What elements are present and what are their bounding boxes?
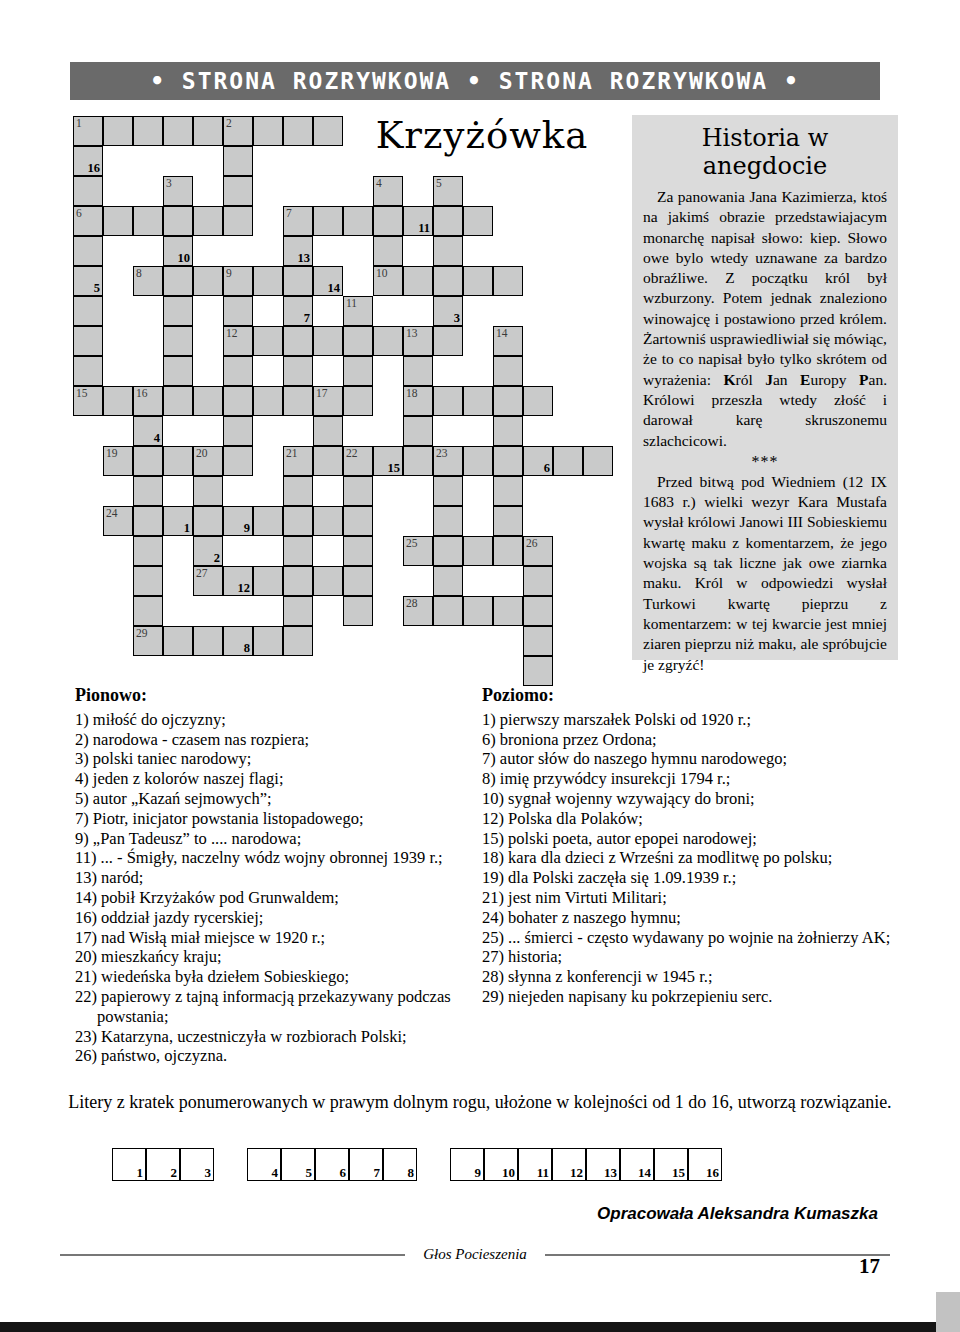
clues-across-section: Poziomo: 1) pierwszy marszałek Polski od…: [482, 686, 912, 1007]
answer-box-15[interactable]: 15: [654, 1148, 688, 1181]
crossword-cell-r16c6[interactable]: 12: [223, 566, 253, 596]
crossword-cell-r11c15[interactable]: [493, 416, 523, 446]
crossword-cell-r12c18[interactable]: [583, 446, 613, 476]
solution-letter-number: 15: [388, 461, 401, 475]
page-number: 17: [859, 1254, 880, 1279]
crossword-cell-r10c3[interactable]: 16: [133, 386, 163, 416]
clue-number: 24: [106, 507, 118, 520]
clue-number: 13: [406, 327, 418, 340]
anecdote-paragraph-1: Za panowania Jana Kazimierza, ktoś na ja…: [643, 187, 887, 451]
crossword-cell-r9c8[interactable]: [283, 356, 313, 386]
clue-number: 11: [346, 297, 357, 310]
crossword-cell-r10c7[interactable]: [253, 386, 283, 416]
crossword-cell-r10c10[interactable]: [343, 386, 373, 416]
crossword-cell-r10c1[interactable]: 15: [73, 386, 103, 416]
answer-box-group-3: 910111213141516: [450, 1148, 722, 1181]
solution-letter-number: 13: [298, 251, 311, 265]
crossword-cell-r9c15[interactable]: [493, 356, 523, 386]
crossword-cell-r15c16[interactable]: 26: [523, 536, 553, 566]
crossword-cell-r4c8[interactable]: 7: [283, 206, 313, 236]
crossword-cell-r18c4[interactable]: [163, 626, 193, 656]
crossword-cell-r8c8[interactable]: [283, 326, 313, 356]
anecdote-panel: Historia w anegdocie Za panowania Jana K…: [632, 115, 898, 660]
solution-instructions: Litery z kratek ponumerowanych w prawym …: [60, 1092, 900, 1113]
crossword-cell-r15c8[interactable]: [283, 536, 313, 566]
down-clue-6: 9) „Pan Tadeusz” to .... narodowa;: [75, 829, 477, 849]
clue-number: 27: [196, 567, 208, 580]
clue-number: 12: [226, 327, 238, 340]
clue-number: 10: [376, 267, 388, 280]
crossword-cell-r12c3[interactable]: [133, 446, 163, 476]
clue-number: 25: [406, 537, 418, 550]
down-clue-4: 5) autor „Kazań sejmowych”;: [75, 789, 477, 809]
crossword-cell-r16c7[interactable]: [253, 566, 283, 596]
down-clue-7: 11) ... - Śmigły, naczelny wódz wojny ob…: [75, 848, 477, 868]
clues-across-header: Poziomo:: [482, 686, 912, 706]
clue-number: 14: [496, 327, 508, 340]
crossword-cell-r5c1[interactable]: [73, 236, 103, 266]
clue-number: 2: [226, 117, 232, 130]
crossword-cell-r13c8[interactable]: [283, 476, 313, 506]
footer-rule: Głos Pocieszenia: [60, 1246, 890, 1263]
crossword-cell-r1c7[interactable]: [253, 116, 283, 146]
anecdote-separator: ***: [643, 451, 887, 472]
solution-letter-number: 7: [304, 311, 310, 325]
crossword-cell-r10c13[interactable]: [433, 386, 463, 416]
clue-number: 9: [226, 267, 232, 280]
crossword-cell-r2c6[interactable]: [223, 146, 253, 176]
clues-across-list: 1) pierwszy marszałek Polski od 1920 r.;…: [482, 710, 912, 1007]
answer-box-3[interactable]: 3: [180, 1148, 214, 1181]
crossword-cell-r2c1[interactable]: 16: [73, 146, 103, 176]
crossword-cell-r17c10[interactable]: [343, 596, 373, 626]
answer-box-number: 1: [137, 1166, 144, 1180]
crossword-cell-r17c15[interactable]: [493, 596, 523, 626]
crossword-cell-r6c14[interactable]: [463, 266, 493, 296]
crossword-cell-r9c6[interactable]: [223, 356, 253, 386]
answer-box-number: 3: [205, 1166, 212, 1180]
crossword-cell-r1c3[interactable]: [133, 116, 163, 146]
crossword-cell-r6c1[interactable]: 5: [73, 266, 103, 296]
across-clue-14: 29) niejeden napisany ku pokrzepieniu se…: [482, 987, 912, 1007]
crossword-cell-r12c11[interactable]: 15: [373, 446, 403, 476]
crossword-cell-r13c3[interactable]: [133, 476, 163, 506]
crossword-cell-r1c1[interactable]: 1: [73, 116, 103, 146]
solution-letter-number: 11: [418, 221, 430, 235]
across-clue-1: 6) broniona przez Ordona;: [482, 730, 912, 750]
crossword-cell-r7c6[interactable]: [223, 296, 253, 326]
crossword-cell-r3c11[interactable]: 4: [373, 176, 403, 206]
solution-letter-number: 4: [154, 431, 160, 445]
crossword-cell-r14c4[interactable]: 1: [163, 506, 193, 536]
down-clue-1: 2) narodowa - czasem nas rozpiera;: [75, 730, 477, 750]
crossword-cell-r10c14[interactable]: [463, 386, 493, 416]
crossword-cell-r16c3[interactable]: [133, 566, 163, 596]
down-clue-3: 4) jeden z kolorów naszej flagi;: [75, 769, 477, 789]
crossword-cell-r4c12[interactable]: 11: [403, 206, 433, 236]
crossword-cell-r18c7[interactable]: [253, 626, 283, 656]
crossword-cell-r6c11[interactable]: 10: [373, 266, 403, 296]
crossword-cell-r6c9[interactable]: 14: [313, 266, 343, 296]
crossword-cell-r3c1[interactable]: [73, 176, 103, 206]
crossword-cell-r14c10[interactable]: [343, 506, 373, 536]
answer-box-group-2: 45678: [247, 1148, 417, 1181]
down-clue-5: 7) Piotr, inicjator powstania listopadow…: [75, 809, 477, 829]
crossword-cell-r6c3[interactable]: 8: [133, 266, 163, 296]
answer-box-number: 9: [475, 1166, 482, 1180]
crossword-cell-r4c9[interactable]: [313, 206, 343, 236]
clue-number: 18: [406, 387, 418, 400]
answer-box-2[interactable]: 2: [146, 1148, 180, 1181]
clue-number: 16: [136, 387, 148, 400]
clue-number: 23: [436, 447, 448, 460]
crossword-cell-r18c3[interactable]: 29: [133, 626, 163, 656]
crossword-cell-r6c13[interactable]: [433, 266, 463, 296]
crossword-cell-r15c15[interactable]: [493, 536, 523, 566]
crossword-cell-r8c15[interactable]: 14: [493, 326, 523, 356]
crossword-cell-r8c4[interactable]: [163, 326, 193, 356]
crossword-cell-r15c13[interactable]: [433, 536, 463, 566]
down-clue-0: 1) miłość do ojczyzny;: [75, 710, 477, 730]
crossword-cell-r14c6[interactable]: 9: [223, 506, 253, 536]
crossword-cell-r8c1[interactable]: [73, 326, 103, 356]
crossword-cell-r8c6[interactable]: 12: [223, 326, 253, 356]
crossword-cell-r7c4[interactable]: [163, 296, 193, 326]
crossword-cell-r8c9[interactable]: [313, 326, 343, 356]
crossword-cell-r15c14[interactable]: [463, 536, 493, 566]
crossword-cell-r5c8[interactable]: 13: [283, 236, 313, 266]
crossword-title: Krzyżówka: [362, 114, 602, 157]
crossword-cell-r16c13[interactable]: [433, 566, 463, 596]
crossword-cell-r14c3[interactable]: [133, 506, 163, 536]
answer-box-1[interactable]: 1: [112, 1148, 146, 1181]
answer-box-5[interactable]: 5: [281, 1148, 315, 1181]
answer-box-number: 11: [537, 1166, 549, 1180]
crossword-cell-r6c6[interactable]: 9: [223, 266, 253, 296]
clue-number: 21: [286, 447, 298, 460]
across-clue-9: 21) jest nim Virtuti Militari;: [482, 888, 912, 908]
crossword-cell-r1c5[interactable]: [193, 116, 223, 146]
crossword-cell-r10c2[interactable]: [103, 386, 133, 416]
solution-letter-number: 3: [454, 311, 460, 325]
crossword-cell-r1c9[interactable]: [313, 116, 343, 146]
crossword-cell-r10c15[interactable]: [493, 386, 523, 416]
page-banner: • STRONA ROZRYWKOWA • STRONA ROZRYWKOWA …: [70, 62, 880, 100]
crossword-cell-r15c5[interactable]: 2: [193, 536, 223, 566]
crossword-cell-r14c13[interactable]: [433, 506, 463, 536]
crossword-cell-r8c13[interactable]: [433, 326, 463, 356]
crossword-cell-r12c6[interactable]: [223, 446, 253, 476]
answer-box-number: 15: [672, 1166, 685, 1180]
answer-box-number: 12: [570, 1166, 583, 1180]
across-clue-13: 28) słynna z konferencji w 1945 r.;: [482, 967, 912, 987]
author-credit: Opracowała Aleksandra Kumaszka: [597, 1204, 878, 1224]
crossword-cell-r10c16[interactable]: [523, 386, 553, 416]
crossword-cell-r9c1[interactable]: [73, 356, 103, 386]
solution-letter-number: 12: [238, 581, 251, 595]
clue-number: 8: [136, 267, 142, 280]
crossword-cell-r12c10[interactable]: 22: [343, 446, 373, 476]
crossword-cell-r8c12[interactable]: 13: [403, 326, 433, 356]
down-clue-11: 17) nad Wisłą miał miejsce w 1920 r.;: [75, 928, 477, 948]
crossword-cell-r14c15[interactable]: [493, 506, 523, 536]
crossword-cell-r5c4[interactable]: 10: [163, 236, 193, 266]
crossword-cell-r14c9[interactable]: [313, 506, 343, 536]
answer-box-number: 13: [604, 1166, 617, 1180]
crossword-cell-r4c3[interactable]: [133, 206, 163, 236]
crossword-cell-r18c16[interactable]: [523, 626, 553, 656]
down-clue-14: 22) papierowy z tajną informacją przekaz…: [75, 987, 477, 1027]
clues-down-section: Pionowo: 1) miłość do ojczyzny;2) narodo…: [75, 686, 477, 1066]
crossword-cell-r7c13[interactable]: 3: [433, 296, 463, 326]
crossword-cell-r1c4[interactable]: [163, 116, 193, 146]
crossword-cell-r3c4[interactable]: 3: [163, 176, 193, 206]
clue-number: 26: [526, 537, 538, 550]
across-clue-3: 8) imię przywódcy insurekcji 1794 r.;: [482, 769, 912, 789]
clue-number: 28: [406, 597, 418, 610]
answer-box-number: 10: [502, 1166, 515, 1180]
crossword-cell-r8c10[interactable]: [343, 326, 373, 356]
clue-number: 29: [136, 627, 148, 640]
answer-box-6[interactable]: 6: [315, 1148, 349, 1181]
solution-letter-number: 16: [88, 161, 101, 175]
solution-letter-number: 14: [328, 281, 341, 295]
anecdote-title: Historia w anegdocie: [643, 124, 887, 180]
crossword-cell-r12c5[interactable]: 20: [193, 446, 223, 476]
crossword-cell-r4c13[interactable]: [433, 206, 463, 236]
across-clue-2: 7) autor słów do naszego hymnu narodoweg…: [482, 749, 912, 769]
crossword-cell-r10c6[interactable]: [223, 386, 253, 416]
crossword-cell-r12c12[interactable]: [403, 446, 433, 476]
clue-number: 6: [76, 207, 82, 220]
crossword-cell-r3c13[interactable]: 5: [433, 176, 463, 206]
solution-letter-number: 5: [94, 281, 100, 295]
answer-box-8[interactable]: 8: [383, 1148, 417, 1181]
clue-number: 15: [76, 387, 88, 400]
footer-rule-right: [545, 1254, 890, 1256]
crossword-cell-r16c8[interactable]: [283, 566, 313, 596]
crossword-cell-r8c11[interactable]: [373, 326, 403, 356]
crossword-cell-r19c16[interactable]: [523, 656, 553, 686]
crossword-cell-r18c6[interactable]: 8: [223, 626, 253, 656]
crossword-cell-r14c8[interactable]: [283, 506, 313, 536]
clue-number: 4: [376, 177, 382, 190]
crossword-cell-r1c8[interactable]: [283, 116, 313, 146]
crossword-cell-r9c10[interactable]: [343, 356, 373, 386]
crossword-cell-r4c4[interactable]: [163, 206, 193, 236]
crossword-cell-r11c9[interactable]: [313, 416, 343, 446]
crossword-cell-r7c10[interactable]: 11: [343, 296, 373, 326]
answer-box-11[interactable]: 11: [518, 1148, 552, 1181]
answer-box-13[interactable]: 13: [586, 1148, 620, 1181]
answer-box-12[interactable]: 12: [552, 1148, 586, 1181]
crossword-cell-r14c5[interactable]: [193, 506, 223, 536]
crossword-cell-r6c4[interactable]: [163, 266, 193, 296]
answer-box-number: 6: [340, 1166, 347, 1180]
crossword-cell-r4c11[interactable]: [373, 206, 403, 236]
crossword-cell-r1c2[interactable]: [103, 116, 133, 146]
crossword-cell-r12c9[interactable]: [313, 446, 343, 476]
crossword-cell-r8c7[interactable]: [253, 326, 283, 356]
crossword-cell-r12c16[interactable]: 6: [523, 446, 553, 476]
clues-down-list: 1) miłość do ojczyzny;2) narodowa - czas…: [75, 710, 477, 1066]
crossword-cell-r17c12[interactable]: 28: [403, 596, 433, 626]
clue-number: 7: [286, 207, 292, 220]
crossword-cell-r17c16[interactable]: [523, 596, 553, 626]
answer-box-9[interactable]: 9: [450, 1148, 484, 1181]
crossword-cell-r13c13[interactable]: [433, 476, 463, 506]
crossword-cell-r1c6[interactable]: 2: [223, 116, 253, 146]
solution-letter-number: 8: [244, 641, 250, 655]
crossword-cell-r4c14[interactable]: [463, 206, 493, 236]
down-clue-10: 16) oddział jazdy rycerskiej;: [75, 908, 477, 928]
crossword-cell-r13c5[interactable]: [193, 476, 223, 506]
crossword-cell-r12c14[interactable]: [463, 446, 493, 476]
solution-letter-number: 2: [214, 551, 220, 565]
crossword-cell-r6c8[interactable]: [283, 266, 313, 296]
across-clue-5: 12) Polska dla Polaków;: [482, 809, 912, 829]
across-clue-7: 18) kara dla dzieci z Wrześni za modlitw…: [482, 848, 912, 868]
crossword-cell-r12c15[interactable]: [493, 446, 523, 476]
crossword-cell-r10c8[interactable]: [283, 386, 313, 416]
crossword-cell-r12c2[interactable]: 19: [103, 446, 133, 476]
crossword-cell-r6c7[interactable]: [253, 266, 283, 296]
answer-box-number: 8: [408, 1166, 415, 1180]
clue-number: 20: [196, 447, 208, 460]
solution-letter-number: 1: [184, 521, 190, 535]
journal-name: Głos Pocieszenia: [405, 1246, 545, 1263]
crossword-cell-r16c5[interactable]: 27: [193, 566, 223, 596]
clue-number: 17: [316, 387, 328, 400]
crossword-cell-r14c7[interactable]: [253, 506, 283, 536]
down-clue-16: 26) państwo, ojczyzna.: [75, 1046, 477, 1066]
crossword-cell-r3c6[interactable]: [223, 176, 253, 206]
across-clue-6: 15) polski poeta, autor epopei narodowej…: [482, 829, 912, 849]
solution-letter-number: 6: [544, 461, 550, 475]
crossword-cell-r15c3[interactable]: [133, 536, 163, 566]
crossword-cell-r18c5[interactable]: [193, 626, 223, 656]
clue-number: 5: [436, 177, 442, 190]
down-clue-8: 13) naród;: [75, 868, 477, 888]
crossword-cell-r15c12[interactable]: 25: [403, 536, 433, 566]
answer-box-number: 4: [272, 1166, 279, 1180]
down-clue-13: 21) wiedeńska była dziełem Sobieskiego;: [75, 967, 477, 987]
crossword-cell-r4c2[interactable]: [103, 206, 133, 236]
clue-number: 22: [346, 447, 358, 460]
clue-number: 1: [76, 117, 82, 130]
crossword-cell-r13c10[interactable]: [343, 476, 373, 506]
crossword-cell-r11c6[interactable]: [223, 416, 253, 446]
solution-answer-boxes: 12345678910111213141516: [112, 1148, 755, 1181]
crossword-cell-r15c10[interactable]: [343, 536, 373, 566]
answer-box-number: 5: [306, 1166, 313, 1180]
solution-letter-number: 10: [178, 251, 191, 265]
answer-box-14[interactable]: 14: [620, 1148, 654, 1181]
across-clue-0: 1) pierwszy marszałek Polski od 1920 r.;: [482, 710, 912, 730]
crossword-cell-r16c9[interactable]: [313, 566, 343, 596]
across-clue-12: 27) historia;: [482, 947, 912, 967]
answer-box-number: 14: [638, 1166, 651, 1180]
crossword-cell-r12c17[interactable]: [553, 446, 583, 476]
solution-letter-number: 9: [244, 521, 250, 535]
crossword-cell-r16c10[interactable]: [343, 566, 373, 596]
crossword-cell-r10c4[interactable]: [163, 386, 193, 416]
answer-box-number: 7: [374, 1166, 381, 1180]
bottom-scan-bar: [0, 1322, 936, 1332]
crossword-cell-r17c14[interactable]: [463, 596, 493, 626]
crossword-cell-r5c13[interactable]: [433, 236, 463, 266]
down-clue-15: 23) Katarzyna, uczestniczyła w rozbiorac…: [75, 1027, 477, 1047]
clues-down-header: Pionowo:: [75, 686, 477, 706]
crossword-cell-r13c15[interactable]: [493, 476, 523, 506]
down-clue-12: 20) mieszkańcy kraju;: [75, 947, 477, 967]
crossword-cell-r6c5[interactable]: [193, 266, 223, 296]
crossword-cell-r9c12[interactable]: [403, 356, 433, 386]
crossword-cell-r9c4[interactable]: [163, 356, 193, 386]
answer-box-7[interactable]: 7: [349, 1148, 383, 1181]
crossword-cell-r17c8[interactable]: [283, 596, 313, 626]
down-clue-2: 3) polski taniec narodowy;: [75, 749, 477, 769]
clue-number: 3: [166, 177, 172, 190]
crossword-cell-r6c15[interactable]: [493, 266, 523, 296]
crossword-cell-r6c12[interactable]: [403, 266, 433, 296]
down-clue-9: 14) pobił Krzyżaków pod Grunwaldem;: [75, 888, 477, 908]
crossword-cell-r10c9[interactable]: 17: [313, 386, 343, 416]
across-clue-8: 19) dla Polski zaczęła się 1.09.1939 r.;: [482, 868, 912, 888]
answer-box-16[interactable]: 16: [688, 1148, 722, 1181]
crossword-cell-r14c2[interactable]: 24: [103, 506, 133, 536]
answer-box-group-1: 123: [112, 1148, 214, 1181]
answer-box-10[interactable]: 10: [484, 1148, 518, 1181]
crossword-cell-r7c8[interactable]: 7: [283, 296, 313, 326]
crossword-cell-r4c1[interactable]: 6: [73, 206, 103, 236]
crossword-cell-r10c5[interactable]: [193, 386, 223, 416]
crossword-cell-r18c8[interactable]: [283, 626, 313, 656]
crossword-cell-r11c12[interactable]: [403, 416, 433, 446]
bottom-right-corner-notch: [936, 1292, 960, 1332]
anecdote-paragraph-2: Przed bitwą pod Wiedniem (12 IX 1683 r.)…: [643, 472, 887, 675]
crossword-grid: 1216345671110135891410711312131415161718…: [73, 116, 613, 686]
crossword-cell-r4c6[interactable]: [223, 206, 253, 236]
crossword-cell-r16c16[interactable]: [523, 566, 553, 596]
across-clue-10: 24) bohater z naszego hymnu;: [482, 908, 912, 928]
crossword-cell-r10c12[interactable]: 18: [403, 386, 433, 416]
crossword-cell-r11c3[interactable]: 4: [133, 416, 163, 446]
clue-number: 19: [106, 447, 118, 460]
crossword-cell-r12c8[interactable]: 21: [283, 446, 313, 476]
crossword-cell-r5c11[interactable]: [373, 236, 403, 266]
crossword-cell-r4c10[interactable]: [343, 206, 373, 236]
crossword-cell-r12c4[interactable]: [163, 446, 193, 476]
answer-box-number: 16: [706, 1166, 719, 1180]
across-clue-11: 25) ... śmierci - często wydawany po woj…: [482, 928, 912, 948]
crossword-cell-r17c13[interactable]: [433, 596, 463, 626]
crossword-cell-r4c5[interactable]: [193, 206, 223, 236]
crossword-cell-r7c1[interactable]: [73, 296, 103, 326]
crossword-cell-r12c13[interactable]: 23: [433, 446, 463, 476]
footer-rule-left: [60, 1254, 405, 1256]
across-clue-4: 10) sygnał wojenny wzywający do broni;: [482, 789, 912, 809]
crossword-cell-r17c3[interactable]: [133, 596, 163, 626]
answer-box-number: 2: [171, 1166, 178, 1180]
answer-box-4[interactable]: 4: [247, 1148, 281, 1181]
